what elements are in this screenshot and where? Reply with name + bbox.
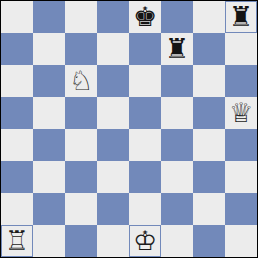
square-c2[interactable] — [65, 193, 97, 225]
square-f1[interactable] — [161, 225, 193, 257]
square-f4[interactable] — [161, 129, 193, 161]
square-h7[interactable] — [225, 33, 257, 65]
square-b7[interactable] — [33, 33, 65, 65]
square-e2[interactable] — [129, 193, 161, 225]
chess-board: ♚♜♜♘♕♖♔ — [0, 0, 258, 258]
square-d6[interactable] — [97, 65, 129, 97]
white-rook-a1[interactable]: ♖ — [5, 226, 29, 256]
piece-tile: ♜ — [162, 34, 192, 64]
square-f8[interactable] — [161, 1, 193, 33]
square-a5[interactable] — [1, 97, 33, 129]
square-h5[interactable]: ♕ — [225, 97, 257, 129]
square-e6[interactable] — [129, 65, 161, 97]
square-c7[interactable] — [65, 33, 97, 65]
square-h6[interactable] — [225, 65, 257, 97]
square-e5[interactable] — [129, 97, 161, 129]
white-knight-c6[interactable]: ♘ — [69, 66, 93, 96]
square-h2[interactable] — [225, 193, 257, 225]
square-b3[interactable] — [33, 161, 65, 193]
piece-tile: ♕ — [226, 98, 256, 128]
square-a8[interactable] — [1, 1, 33, 33]
square-g8[interactable] — [193, 1, 225, 33]
square-g4[interactable] — [193, 129, 225, 161]
square-g2[interactable] — [193, 193, 225, 225]
square-b1[interactable] — [33, 225, 65, 257]
square-f7[interactable]: ♜ — [161, 33, 193, 65]
square-b2[interactable] — [33, 193, 65, 225]
square-b6[interactable] — [33, 65, 65, 97]
square-b8[interactable] — [33, 1, 65, 33]
black-king-e8[interactable]: ♚ — [133, 2, 157, 32]
square-c3[interactable] — [65, 161, 97, 193]
piece-tile: ♘ — [66, 66, 96, 96]
square-a4[interactable] — [1, 129, 33, 161]
piece-tile: ♜ — [226, 2, 256, 32]
square-a3[interactable] — [1, 161, 33, 193]
piece-tile: ♔ — [130, 226, 160, 256]
square-g1[interactable] — [193, 225, 225, 257]
chess-board-window: ♚♜♜♘♕♖♔ — [0, 0, 258, 258]
square-g6[interactable] — [193, 65, 225, 97]
square-h8[interactable]: ♜ — [225, 1, 257, 33]
square-h4[interactable] — [225, 129, 257, 161]
square-h1[interactable] — [225, 225, 257, 257]
square-d5[interactable] — [97, 97, 129, 129]
square-c8[interactable] — [65, 1, 97, 33]
white-king-e1[interactable]: ♔ — [133, 226, 157, 256]
square-c4[interactable] — [65, 129, 97, 161]
square-d4[interactable] — [97, 129, 129, 161]
black-rook-f7[interactable]: ♜ — [165, 34, 189, 64]
square-a6[interactable] — [1, 65, 33, 97]
piece-tile: ♚ — [130, 2, 160, 32]
square-g5[interactable] — [193, 97, 225, 129]
square-g7[interactable] — [193, 33, 225, 65]
square-a1[interactable]: ♖ — [1, 225, 33, 257]
square-e8[interactable]: ♚ — [129, 1, 161, 33]
square-f3[interactable] — [161, 161, 193, 193]
square-f2[interactable] — [161, 193, 193, 225]
square-d2[interactable] — [97, 193, 129, 225]
square-e7[interactable] — [129, 33, 161, 65]
white-queen-h5[interactable]: ♕ — [229, 98, 253, 128]
square-c1[interactable] — [65, 225, 97, 257]
square-e1[interactable]: ♔ — [129, 225, 161, 257]
square-e3[interactable] — [129, 161, 161, 193]
square-g3[interactable] — [193, 161, 225, 193]
square-d3[interactable] — [97, 161, 129, 193]
square-b5[interactable] — [33, 97, 65, 129]
square-f5[interactable] — [161, 97, 193, 129]
black-rook-h8[interactable]: ♜ — [229, 2, 253, 32]
square-e4[interactable] — [129, 129, 161, 161]
square-d7[interactable] — [97, 33, 129, 65]
square-c5[interactable] — [65, 97, 97, 129]
square-c6[interactable]: ♘ — [65, 65, 97, 97]
square-a2[interactable] — [1, 193, 33, 225]
square-f6[interactable] — [161, 65, 193, 97]
square-d1[interactable] — [97, 225, 129, 257]
square-b4[interactable] — [33, 129, 65, 161]
square-a7[interactable] — [1, 33, 33, 65]
square-h3[interactable] — [225, 161, 257, 193]
square-d8[interactable] — [97, 1, 129, 33]
piece-tile: ♖ — [2, 226, 32, 256]
